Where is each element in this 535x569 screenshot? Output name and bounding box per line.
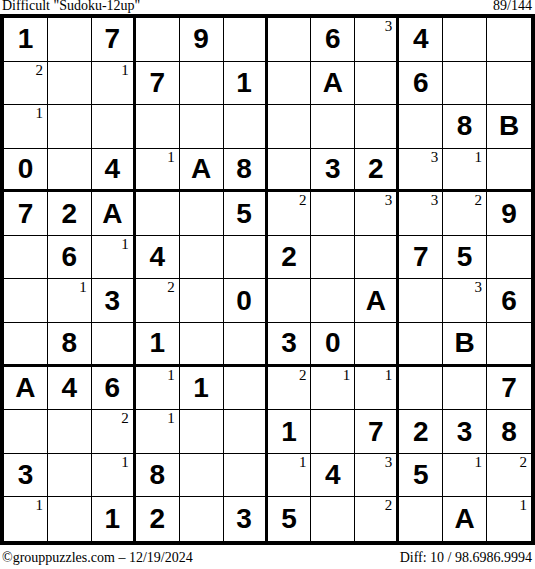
cell-r8c9[interactable]: [355, 323, 399, 367]
cell-value: 8: [62, 329, 78, 357]
cell-value: 1: [193, 374, 209, 402]
cell-value: 7: [501, 374, 517, 402]
cell-r5c8[interactable]: [311, 192, 355, 236]
cell-value: 8: [457, 112, 473, 140]
cell-r3c2[interactable]: [48, 105, 92, 149]
cell-r6c10[interactable]: 7: [399, 236, 443, 280]
page-title: Difficult "Sudoku-12up": [2, 0, 140, 13]
cell-value: 3: [281, 329, 297, 357]
pencil-mark: 2: [299, 192, 307, 208]
cell-value: 6: [501, 287, 517, 315]
cell-r3c8[interactable]: [311, 105, 355, 149]
cell-r11c1[interactable]: 3: [4, 454, 48, 498]
cell-r5c5[interactable]: [180, 192, 224, 236]
cell-r6c1[interactable]: [4, 236, 48, 280]
cell-value: A: [191, 155, 211, 183]
cell-r11c11[interactable]: 1: [443, 454, 487, 498]
cell-value: A: [455, 505, 475, 533]
cell-r2c12[interactable]: [487, 62, 531, 106]
cell-r3c10[interactable]: [399, 105, 443, 149]
cell-r10c4[interactable]: 1: [136, 410, 180, 454]
header: Difficult "Sudoku-12up" 89/144: [2, 0, 532, 13]
cell-r9c8[interactable]: 1: [311, 367, 355, 411]
cell-value: B: [455, 329, 475, 357]
cell-r4c2[interactable]: [48, 149, 92, 193]
cell-r12c9[interactable]: 2: [355, 497, 399, 541]
pencil-mark: 3: [431, 149, 439, 165]
cell-r5c7[interactable]: 2: [268, 192, 312, 236]
pencil-mark: 1: [385, 367, 393, 383]
pencil-mark: 1: [121, 454, 129, 470]
cell-r9c9[interactable]: 1: [355, 367, 399, 411]
cell-r8c10[interactable]: [399, 323, 443, 367]
pencil-mark: 2: [299, 367, 307, 383]
cell-r2c11[interactable]: [443, 62, 487, 106]
pencil-mark: 1: [520, 497, 528, 513]
cell-r11c4[interactable]: 8: [136, 454, 180, 498]
cell-value: 2: [413, 418, 429, 446]
cell-value: 1: [236, 69, 252, 97]
cell-r7c5[interactable]: [180, 279, 224, 323]
cell-r11c12[interactable]: 2: [487, 454, 531, 498]
cell-r12c10[interactable]: [399, 497, 443, 541]
pencil-mark: 3: [431, 192, 439, 208]
cell-value: 5: [457, 243, 473, 271]
cell-r1c4[interactable]: [136, 18, 180, 62]
cell-r6c3[interactable]: 1: [92, 236, 136, 280]
cell-value: 2: [368, 155, 384, 183]
cell-value: 6: [105, 374, 121, 402]
cell-r5c9[interactable]: 3: [355, 192, 399, 236]
cell-value: 3: [105, 287, 121, 315]
cell-value: 6: [413, 69, 429, 97]
cell-r8c11[interactable]: B: [443, 323, 487, 367]
cell-value: 8: [236, 155, 252, 183]
cell-r4c5[interactable]: A: [180, 149, 224, 193]
cell-value: 2: [62, 200, 78, 228]
cell-value: A: [102, 200, 122, 228]
cell-r5c1[interactable]: 7: [4, 192, 48, 236]
cell-r12c12[interactable]: 1: [487, 497, 531, 541]
cell-r4c1[interactable]: 0: [4, 149, 48, 193]
pencil-mark: 3: [385, 192, 393, 208]
cell-value: 2: [149, 505, 165, 533]
pencil-mark: 1: [167, 367, 175, 383]
cell-value: 0: [325, 329, 341, 357]
cell-r1c7[interactable]: [268, 18, 312, 62]
cell-r7c4[interactable]: 2: [136, 279, 180, 323]
cell-r9c7[interactable]: 2: [268, 367, 312, 411]
cell-r3c9[interactable]: [355, 105, 399, 149]
cell-r12c8[interactable]: [311, 497, 355, 541]
cell-r3c5[interactable]: [180, 105, 224, 149]
cell-r8c5[interactable]: [180, 323, 224, 367]
cell-r9c2[interactable]: 4: [48, 367, 92, 411]
pencil-mark: 1: [121, 236, 129, 252]
cell-r8c3[interactable]: [92, 323, 136, 367]
cell-r6c8[interactable]: [311, 236, 355, 280]
pencil-mark: 1: [35, 105, 43, 121]
cell-r9c5[interactable]: 1: [180, 367, 224, 411]
cell-r3c6[interactable]: [224, 105, 268, 149]
footer-copyright: ©grouppuzzles.com – 12/19/2024: [2, 550, 193, 566]
pencil-mark: 1: [79, 279, 87, 295]
cell-r7c3[interactable]: 3: [92, 279, 136, 323]
cell-r11c8[interactable]: 4: [311, 454, 355, 498]
cell-r1c2[interactable]: [48, 18, 92, 62]
cell-value: B: [499, 112, 519, 140]
cell-r4c8[interactable]: 3: [311, 149, 355, 193]
cell-r7c9[interactable]: A: [355, 279, 399, 323]
cell-r4c10[interactable]: 3: [399, 149, 443, 193]
cell-value: 0: [18, 155, 34, 183]
cell-r2c4[interactable]: 7: [136, 62, 180, 106]
cell-r7c1[interactable]: [4, 279, 48, 323]
cell-value: 3: [236, 505, 252, 533]
pencil-mark: 2: [121, 410, 129, 426]
cell-value: 7: [149, 69, 165, 97]
cell-r6c7[interactable]: 2: [268, 236, 312, 280]
cell-value: 3: [325, 155, 341, 183]
cell-r9c11[interactable]: [443, 367, 487, 411]
cell-r2c10[interactable]: 6: [399, 62, 443, 106]
cell-r10c6[interactable]: [224, 410, 268, 454]
cell-value: 1: [105, 505, 121, 533]
cell-r6c4[interactable]: 4: [136, 236, 180, 280]
cell-r9c6[interactable]: [224, 367, 268, 411]
sudoku-board: 1796342171A618B041A8323172A5233296142751…: [0, 14, 535, 545]
cell-r3c3[interactable]: [92, 105, 136, 149]
cell-value: 4: [105, 155, 121, 183]
cell-r12c11[interactable]: A: [443, 497, 487, 541]
cell-r1c12[interactable]: [487, 18, 531, 62]
cell-r5c12[interactable]: 9: [487, 192, 531, 236]
cell-r10c3[interactable]: 2: [92, 410, 136, 454]
cell-r9c4[interactable]: 1: [136, 367, 180, 411]
cell-r3c7[interactable]: [268, 105, 312, 149]
cell-value: 5: [413, 461, 429, 489]
cell-r10c9[interactable]: 7: [355, 410, 399, 454]
cell-value: 3: [18, 461, 34, 489]
cell-r10c7[interactable]: 1: [268, 410, 312, 454]
cell-r11c9[interactable]: 3: [355, 454, 399, 498]
cell-r11c2[interactable]: [48, 454, 92, 498]
cell-value: 6: [62, 243, 78, 271]
cell-value: 5: [281, 505, 297, 533]
cell-r12c5[interactable]: [180, 497, 224, 541]
pencil-mark: 1: [167, 149, 175, 165]
cell-r7c8[interactable]: [311, 279, 355, 323]
cell-r1c11[interactable]: [443, 18, 487, 62]
cell-r6c12[interactable]: [487, 236, 531, 280]
cell-value: 4: [413, 25, 429, 53]
cell-r3c1[interactable]: 1: [4, 105, 48, 149]
cell-r5c2[interactable]: 2: [48, 192, 92, 236]
cell-r11c7[interactable]: 1: [268, 454, 312, 498]
cell-r7c2[interactable]: 1: [48, 279, 92, 323]
cell-value: 4: [62, 374, 78, 402]
cell-r2c6[interactable]: 1: [224, 62, 268, 106]
footer: ©grouppuzzles.com – 12/19/2024 Diff: 10 …: [2, 548, 532, 566]
cell-r1c9[interactable]: 3: [355, 18, 399, 62]
cell-r2c7[interactable]: [268, 62, 312, 106]
pencil-mark: 1: [475, 454, 483, 470]
cell-value: 1: [149, 329, 165, 357]
cell-value: A: [366, 287, 386, 315]
cell-r9c1[interactable]: A: [4, 367, 48, 411]
cell-value: 7: [413, 243, 429, 271]
cell-value: 7: [368, 418, 384, 446]
cell-r12c6[interactable]: 3: [224, 497, 268, 541]
cell-r6c11[interactable]: 5: [443, 236, 487, 280]
pencil-mark: 2: [385, 497, 393, 513]
pencil-mark: 1: [35, 497, 43, 513]
cell-r1c10[interactable]: 4: [399, 18, 443, 62]
cell-r7c6[interactable]: 0: [224, 279, 268, 323]
cell-value: 8: [149, 461, 165, 489]
cell-r4c4[interactable]: 1: [136, 149, 180, 193]
pencil-mark: 2: [475, 192, 483, 208]
cell-r7c7[interactable]: [268, 279, 312, 323]
cell-r2c3[interactable]: 1: [92, 62, 136, 106]
cell-r11c6[interactable]: [224, 454, 268, 498]
cell-value: 3: [457, 418, 473, 446]
cell-r12c4[interactable]: 2: [136, 497, 180, 541]
cell-r5c4[interactable]: [136, 192, 180, 236]
pencil-mark: 1: [343, 367, 351, 383]
cell-r5c10[interactable]: 3: [399, 192, 443, 236]
cell-r12c3[interactable]: 1: [92, 497, 136, 541]
cell-r1c6[interactable]: [224, 18, 268, 62]
pencil-mark: 3: [475, 279, 483, 295]
cell-r8c7[interactable]: 3: [268, 323, 312, 367]
cell-value: A: [15, 374, 35, 402]
cell-r4c3[interactable]: 4: [92, 149, 136, 193]
cell-r4c7[interactable]: [268, 149, 312, 193]
cell-r3c11[interactable]: 8: [443, 105, 487, 149]
cell-value: 7: [18, 200, 34, 228]
pencil-mark: 1: [475, 149, 483, 165]
cell-r9c12[interactable]: 7: [487, 367, 531, 411]
cell-r10c12[interactable]: 8: [487, 410, 531, 454]
cell-r1c3[interactable]: 7: [92, 18, 136, 62]
cell-r5c3[interactable]: A: [92, 192, 136, 236]
cell-r4c12[interactable]: [487, 149, 531, 193]
cell-r8c4[interactable]: 1: [136, 323, 180, 367]
cell-r4c11[interactable]: 1: [443, 149, 487, 193]
cell-value: 1: [18, 25, 34, 53]
cell-r8c6[interactable]: [224, 323, 268, 367]
pencil-mark: 1: [167, 410, 175, 426]
cell-value: 7: [105, 25, 121, 53]
pencil-mark: 1: [121, 62, 129, 78]
cell-r1c1[interactable]: 1: [4, 18, 48, 62]
pencil-mark: 1: [299, 454, 307, 470]
cell-r7c12[interactable]: 6: [487, 279, 531, 323]
cell-r3c4[interactable]: [136, 105, 180, 149]
cell-r8c12[interactable]: [487, 323, 531, 367]
cell-r2c9[interactable]: [355, 62, 399, 106]
cell-value: 2: [281, 243, 297, 271]
cell-r8c2[interactable]: 8: [48, 323, 92, 367]
cell-value: A: [323, 69, 343, 97]
cell-value: 8: [501, 418, 517, 446]
cell-r11c10[interactable]: 5: [399, 454, 443, 498]
cell-value: 1: [281, 418, 297, 446]
pencil-mark: 2: [520, 454, 528, 470]
cell-r8c1[interactable]: [4, 323, 48, 367]
pencil-mark: 3: [385, 18, 393, 34]
cell-r6c5[interactable]: [180, 236, 224, 280]
cell-r5c6[interactable]: 5: [224, 192, 268, 236]
cell-r9c3[interactable]: 6: [92, 367, 136, 411]
cell-r4c9[interactable]: 2: [355, 149, 399, 193]
cell-value: 9: [501, 200, 517, 228]
pencil-mark: 2: [35, 62, 43, 78]
cell-r1c8[interactable]: 6: [311, 18, 355, 62]
cell-r1c5[interactable]: 9: [180, 18, 224, 62]
cell-r2c2[interactable]: [48, 62, 92, 106]
cell-value: 5: [236, 200, 252, 228]
cell-r12c1[interactable]: 1: [4, 497, 48, 541]
pencil-mark: 2: [167, 279, 175, 295]
cell-r7c11[interactable]: 3: [443, 279, 487, 323]
cell-r11c5[interactable]: [180, 454, 224, 498]
cell-value: 4: [325, 461, 341, 489]
cell-r3c12[interactable]: B: [487, 105, 531, 149]
cell-r4c6[interactable]: 8: [224, 149, 268, 193]
pencil-mark: 3: [385, 454, 393, 470]
cell-r6c6[interactable]: [224, 236, 268, 280]
cell-value: 4: [149, 243, 165, 271]
cell-value: 0: [236, 287, 252, 315]
cell-r10c1[interactable]: [4, 410, 48, 454]
cell-r12c7[interactable]: 5: [268, 497, 312, 541]
cell-r2c5[interactable]: [180, 62, 224, 106]
cell-r7c10[interactable]: [399, 279, 443, 323]
cell-r8c8[interactable]: 0: [311, 323, 355, 367]
cell-r6c2[interactable]: 6: [48, 236, 92, 280]
cell-r5c11[interactable]: 2: [443, 192, 487, 236]
puzzle-counter: 89/144: [493, 0, 532, 13]
cell-r12c2[interactable]: [48, 497, 92, 541]
cell-r6c9[interactable]: [355, 236, 399, 280]
cell-r2c8[interactable]: A: [311, 62, 355, 106]
cell-r10c11[interactable]: 3: [443, 410, 487, 454]
cell-r10c5[interactable]: [180, 410, 224, 454]
cell-r10c8[interactable]: [311, 410, 355, 454]
cell-value: 6: [325, 25, 341, 53]
cell-r11c3[interactable]: 1: [92, 454, 136, 498]
cell-value: 9: [193, 25, 209, 53]
cell-r2c1[interactable]: 2: [4, 62, 48, 106]
footer-difficulty: Diff: 10 / 98.6986.9994: [400, 550, 532, 566]
cell-r10c10[interactable]: 2: [399, 410, 443, 454]
cell-r10c2[interactable]: [48, 410, 92, 454]
cell-r9c10[interactable]: [399, 367, 443, 411]
